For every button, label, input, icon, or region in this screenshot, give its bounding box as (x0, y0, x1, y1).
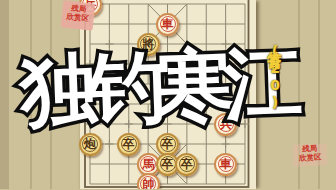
seal-text: 欣赏区 (293, 153, 327, 164)
piece-red-general[interactable]: 帥 (137, 173, 160, 190)
piece-black-cannon[interactable]: 炮 (79, 133, 102, 156)
piece-red-chariot[interactable]: 車 (156, 13, 179, 36)
seal-stamp-bottom-right: 残局 欣赏区 (293, 143, 328, 166)
title-overlay: 独钓寒江 (19, 43, 294, 130)
position-marker (105, 140, 113, 148)
seal-text: 欣赏区 (61, 12, 94, 25)
seal-stamp-top-left: 残局 欣赏区 (61, 0, 96, 30)
source-book-label: 竹香斋(20) (266, 40, 284, 111)
piece-black-pawn[interactable]: 卒 (175, 153, 198, 176)
position-marker (222, 140, 230, 148)
piece-black-pawn[interactable]: 卒 (117, 133, 140, 156)
piece-red-chariot[interactable]: 車 (214, 153, 237, 176)
wall-shadow-strip (0, 0, 9, 189)
